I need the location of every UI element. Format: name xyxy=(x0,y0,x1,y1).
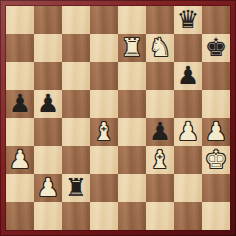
white-rook[interactable]: ♜ xyxy=(121,35,143,60)
square-h1[interactable] xyxy=(202,202,230,230)
square-h4[interactable]: ♟ xyxy=(202,118,230,146)
square-c5[interactable] xyxy=(62,90,90,118)
square-b8[interactable] xyxy=(34,6,62,34)
square-h8[interactable] xyxy=(202,6,230,34)
square-c8[interactable] xyxy=(62,6,90,34)
square-g5[interactable] xyxy=(174,90,202,118)
square-a8[interactable] xyxy=(6,6,34,34)
square-g1[interactable] xyxy=(174,202,202,230)
square-e2[interactable] xyxy=(118,174,146,202)
square-c2[interactable]: ♜ xyxy=(62,174,90,202)
square-d7[interactable] xyxy=(90,34,118,62)
square-d8[interactable] xyxy=(90,6,118,34)
square-b6[interactable] xyxy=(34,62,62,90)
square-a4[interactable] xyxy=(6,118,34,146)
square-c3[interactable] xyxy=(62,146,90,174)
square-g7[interactable] xyxy=(174,34,202,62)
square-h3[interactable]: ♚ xyxy=(202,146,230,174)
square-h7[interactable]: ♚ xyxy=(202,34,230,62)
black-pawn[interactable]: ♟ xyxy=(177,63,199,88)
white-bishop[interactable]: ♝ xyxy=(149,147,171,172)
square-b2[interactable]: ♟ xyxy=(34,174,62,202)
square-a2[interactable] xyxy=(6,174,34,202)
square-f7[interactable]: ♞ xyxy=(146,34,174,62)
square-g2[interactable] xyxy=(174,174,202,202)
square-a6[interactable] xyxy=(6,62,34,90)
white-knight[interactable]: ♞ xyxy=(149,35,171,60)
square-b5[interactable]: ♟ xyxy=(34,90,62,118)
square-e8[interactable] xyxy=(118,6,146,34)
black-rook[interactable]: ♜ xyxy=(65,175,87,200)
square-d2[interactable] xyxy=(90,174,118,202)
square-d3[interactable] xyxy=(90,146,118,174)
square-c6[interactable] xyxy=(62,62,90,90)
square-e5[interactable] xyxy=(118,90,146,118)
chess-board: ♛♜♞♚♟♟♟♝♟♟♟♟♝♚♟♜ xyxy=(6,6,230,230)
square-g3[interactable] xyxy=(174,146,202,174)
square-f2[interactable] xyxy=(146,174,174,202)
square-e1[interactable] xyxy=(118,202,146,230)
square-f3[interactable]: ♝ xyxy=(146,146,174,174)
square-a3[interactable]: ♟ xyxy=(6,146,34,174)
square-f1[interactable] xyxy=(146,202,174,230)
square-e6[interactable] xyxy=(118,62,146,90)
white-king[interactable]: ♚ xyxy=(205,147,227,172)
square-h6[interactable] xyxy=(202,62,230,90)
square-e4[interactable] xyxy=(118,118,146,146)
square-g8[interactable]: ♛ xyxy=(174,6,202,34)
black-pawn[interactable]: ♟ xyxy=(37,91,59,116)
black-king[interactable]: ♚ xyxy=(205,35,227,60)
square-b7[interactable] xyxy=(34,34,62,62)
square-h5[interactable] xyxy=(202,90,230,118)
black-pawn[interactable]: ♟ xyxy=(9,91,31,116)
white-bishop[interactable]: ♝ xyxy=(93,119,115,144)
square-a5[interactable]: ♟ xyxy=(6,90,34,118)
square-b1[interactable] xyxy=(34,202,62,230)
white-pawn[interactable]: ♟ xyxy=(9,147,31,172)
square-f4[interactable]: ♟ xyxy=(146,118,174,146)
square-h2[interactable] xyxy=(202,174,230,202)
white-pawn[interactable]: ♟ xyxy=(177,119,199,144)
square-f5[interactable] xyxy=(146,90,174,118)
square-c1[interactable] xyxy=(62,202,90,230)
square-f6[interactable] xyxy=(146,62,174,90)
square-d5[interactable] xyxy=(90,90,118,118)
square-e3[interactable] xyxy=(118,146,146,174)
square-d6[interactable] xyxy=(90,62,118,90)
square-e7[interactable]: ♜ xyxy=(118,34,146,62)
square-a1[interactable] xyxy=(6,202,34,230)
square-g6[interactable]: ♟ xyxy=(174,62,202,90)
square-c4[interactable] xyxy=(62,118,90,146)
square-a7[interactable] xyxy=(6,34,34,62)
black-pawn[interactable]: ♟ xyxy=(149,119,171,144)
board-frame: ♛♜♞♚♟♟♟♝♟♟♟♟♝♚♟♜ xyxy=(0,0,236,236)
square-f8[interactable] xyxy=(146,6,174,34)
square-d4[interactable]: ♝ xyxy=(90,118,118,146)
square-d1[interactable] xyxy=(90,202,118,230)
square-c7[interactable] xyxy=(62,34,90,62)
square-b3[interactable] xyxy=(34,146,62,174)
white-pawn[interactable]: ♟ xyxy=(37,175,59,200)
square-b4[interactable] xyxy=(34,118,62,146)
square-g4[interactable]: ♟ xyxy=(174,118,202,146)
white-pawn[interactable]: ♟ xyxy=(205,119,227,144)
black-queen[interactable]: ♛ xyxy=(177,7,199,32)
